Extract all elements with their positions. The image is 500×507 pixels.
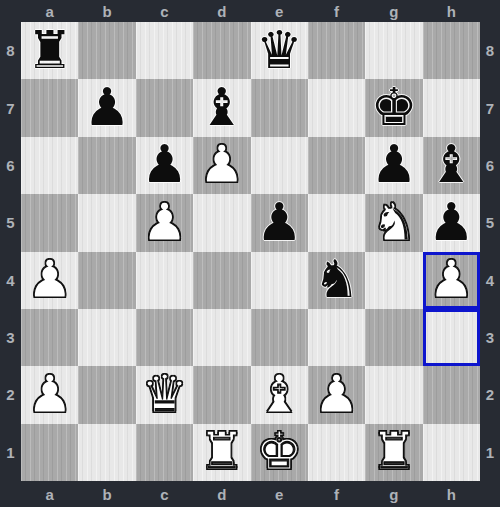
piece-wP[interactable]: ♟ <box>199 138 246 190</box>
piece-bQ[interactable]: ♛ <box>256 24 303 76</box>
square-f7[interactable] <box>308 79 365 136</box>
square-d3[interactable] <box>193 309 250 366</box>
rank-label-8: 8 <box>0 22 21 79</box>
square-c8[interactable] <box>136 22 193 79</box>
piece-wR[interactable]: ♜ <box>199 425 246 477</box>
piece-wQ[interactable]: ♛ <box>141 368 188 420</box>
square-h2[interactable] <box>423 366 480 423</box>
square-g8[interactable] <box>365 22 422 79</box>
square-g5[interactable]: ♞ <box>365 194 422 251</box>
square-h1[interactable] <box>423 424 480 481</box>
rank-label-5: 5 <box>480 194 500 251</box>
square-a2[interactable]: ♟ <box>21 366 78 423</box>
square-a6[interactable] <box>21 137 78 194</box>
square-e5[interactable]: ♟ <box>251 194 308 251</box>
square-c5[interactable]: ♟ <box>136 194 193 251</box>
piece-bB[interactable]: ♝ <box>428 138 475 190</box>
piece-wP[interactable]: ♟ <box>428 253 475 305</box>
piece-wK[interactable]: ♚ <box>256 425 303 477</box>
rank-label-2: 2 <box>0 366 21 423</box>
file-label-e: e <box>251 481 308 507</box>
square-c6[interactable]: ♟ <box>136 137 193 194</box>
square-b2[interactable] <box>78 366 135 423</box>
square-d8[interactable] <box>193 22 250 79</box>
square-g4[interactable] <box>365 252 422 309</box>
square-h7[interactable] <box>423 79 480 136</box>
square-c3[interactable] <box>136 309 193 366</box>
square-f3[interactable] <box>308 309 365 366</box>
rank-label-5: 5 <box>0 194 21 251</box>
rank-label-1: 1 <box>480 424 500 481</box>
square-b6[interactable] <box>78 137 135 194</box>
file-label-e: e <box>251 0 308 22</box>
square-d6[interactable]: ♟ <box>193 137 250 194</box>
square-h8[interactable] <box>423 22 480 79</box>
rank-label-3: 3 <box>0 309 21 366</box>
rank-labels-left: 87654321 <box>0 22 21 481</box>
square-g1[interactable]: ♜ <box>365 424 422 481</box>
square-g2[interactable] <box>365 366 422 423</box>
file-label-g: g <box>365 0 422 22</box>
file-label-b: b <box>78 0 135 22</box>
square-h6[interactable]: ♝ <box>423 137 480 194</box>
piece-bP[interactable]: ♟ <box>84 81 131 133</box>
square-c7[interactable] <box>136 79 193 136</box>
square-d2[interactable] <box>193 366 250 423</box>
square-h5[interactable]: ♟ <box>423 194 480 251</box>
piece-bN[interactable]: ♞ <box>313 253 360 305</box>
board-frame: abcdefgh abcdefgh 87654321 87654321 ♜♛♟♝… <box>0 0 500 507</box>
file-label-b: b <box>78 481 135 507</box>
square-a5[interactable] <box>21 194 78 251</box>
square-a3[interactable] <box>21 309 78 366</box>
rank-label-3: 3 <box>480 309 500 366</box>
file-labels-top: abcdefgh <box>21 0 480 22</box>
square-b7[interactable]: ♟ <box>78 79 135 136</box>
square-e4[interactable] <box>251 252 308 309</box>
square-e1[interactable]: ♚ <box>251 424 308 481</box>
square-d5[interactable] <box>193 194 250 251</box>
square-a8[interactable]: ♜ <box>21 22 78 79</box>
rank-label-6: 6 <box>0 137 21 194</box>
rank-label-6: 6 <box>480 137 500 194</box>
square-e2[interactable]: ♝ <box>251 366 308 423</box>
square-e6[interactable] <box>251 137 308 194</box>
square-d4[interactable] <box>193 252 250 309</box>
piece-bP[interactable]: ♟ <box>256 196 303 248</box>
piece-bR[interactable]: ♜ <box>26 24 73 76</box>
square-c2[interactable]: ♛ <box>136 366 193 423</box>
piece-wB[interactable]: ♝ <box>256 368 303 420</box>
square-f5[interactable] <box>308 194 365 251</box>
file-label-a: a <box>21 0 78 22</box>
square-b5[interactable] <box>78 194 135 251</box>
square-g6[interactable]: ♟ <box>365 137 422 194</box>
square-h3[interactable] <box>423 309 480 366</box>
file-label-g: g <box>365 481 422 507</box>
rank-label-4: 4 <box>0 252 21 309</box>
file-label-f: f <box>308 481 365 507</box>
piece-bP[interactable]: ♟ <box>428 196 475 248</box>
square-c4[interactable] <box>136 252 193 309</box>
piece-wN[interactable]: ♞ <box>371 196 418 248</box>
file-label-d: d <box>193 481 250 507</box>
square-e7[interactable] <box>251 79 308 136</box>
file-labels-bottom: abcdefgh <box>21 481 480 507</box>
rank-label-2: 2 <box>480 366 500 423</box>
file-label-c: c <box>136 0 193 22</box>
piece-wP[interactable]: ♟ <box>313 368 360 420</box>
square-a7[interactable] <box>21 79 78 136</box>
square-h4[interactable]: ♟ <box>423 252 480 309</box>
square-f2[interactable]: ♟ <box>308 366 365 423</box>
square-c1[interactable] <box>136 424 193 481</box>
square-f6[interactable] <box>308 137 365 194</box>
square-b8[interactable] <box>78 22 135 79</box>
file-label-h: h <box>423 0 480 22</box>
square-g7[interactable]: ♚ <box>365 79 422 136</box>
piece-bP[interactable]: ♟ <box>141 138 188 190</box>
piece-wP[interactable]: ♟ <box>141 196 188 248</box>
piece-wP[interactable]: ♟ <box>26 368 73 420</box>
square-f8[interactable] <box>308 22 365 79</box>
chess-board: ♜♛♟♝♚♟♟♟♝♟♟♞♟♟♞♟♟♛♝♟♜♚♜ <box>21 22 480 481</box>
rank-label-8: 8 <box>480 22 500 79</box>
square-e8[interactable]: ♛ <box>251 22 308 79</box>
square-b1[interactable] <box>78 424 135 481</box>
piece-bK[interactable]: ♚ <box>371 81 418 133</box>
square-b3[interactable] <box>78 309 135 366</box>
file-label-c: c <box>136 481 193 507</box>
square-a4[interactable]: ♟ <box>21 252 78 309</box>
square-d7[interactable]: ♝ <box>193 79 250 136</box>
piece-wR[interactable]: ♜ <box>371 425 418 477</box>
square-f4[interactable]: ♞ <box>308 252 365 309</box>
square-b4[interactable] <box>78 252 135 309</box>
square-d1[interactable]: ♜ <box>193 424 250 481</box>
piece-bB[interactable]: ♝ <box>199 81 246 133</box>
piece-wP[interactable]: ♟ <box>26 253 73 305</box>
file-label-f: f <box>308 0 365 22</box>
square-f1[interactable] <box>308 424 365 481</box>
piece-bP[interactable]: ♟ <box>371 138 418 190</box>
file-label-d: d <box>193 0 250 22</box>
square-a1[interactable] <box>21 424 78 481</box>
square-e3[interactable] <box>251 309 308 366</box>
rank-label-4: 4 <box>480 252 500 309</box>
square-g3[interactable] <box>365 309 422 366</box>
rank-label-1: 1 <box>0 424 21 481</box>
file-label-h: h <box>423 481 480 507</box>
file-label-a: a <box>21 481 78 507</box>
rank-label-7: 7 <box>0 79 21 136</box>
rank-labels-right: 87654321 <box>480 22 500 481</box>
rank-label-7: 7 <box>480 79 500 136</box>
